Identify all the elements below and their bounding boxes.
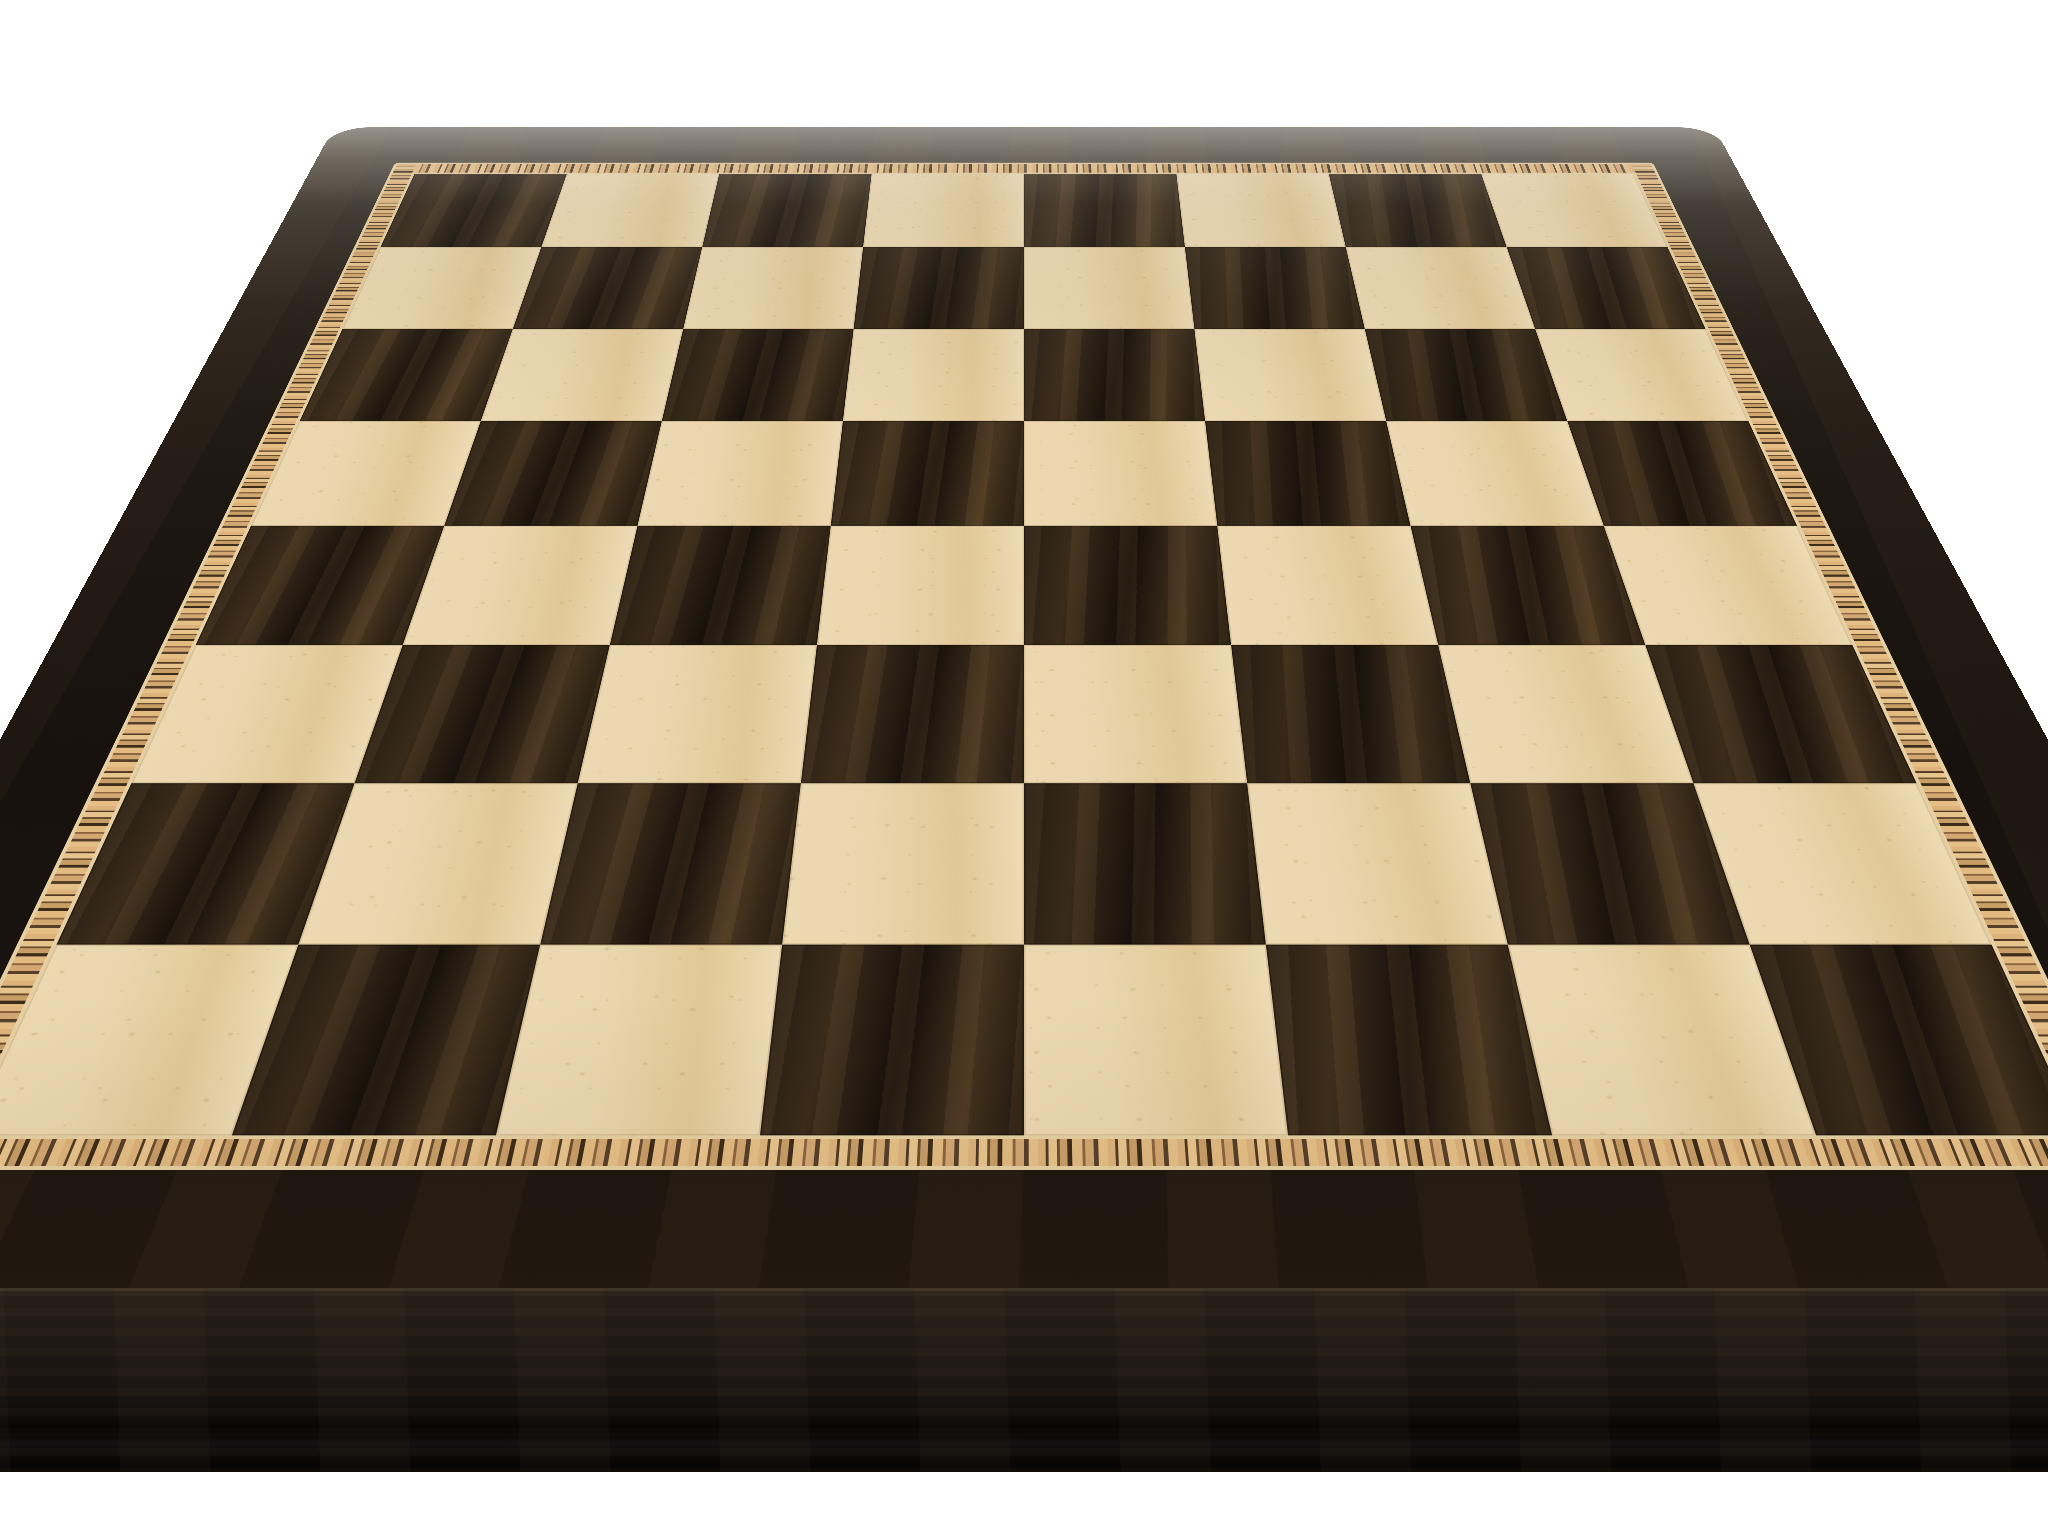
square-r4c5	[1024, 421, 1217, 526]
square-r3c4	[843, 329, 1024, 421]
square-r1c2	[541, 174, 719, 247]
square-r7c3	[540, 783, 801, 944]
square-r3c2	[481, 329, 684, 421]
square-r1c4	[863, 174, 1024, 247]
photo-background	[0, 0, 2048, 1535]
zebra-inlay-border-top	[393, 164, 1655, 173]
square-r6c4	[801, 645, 1024, 783]
square-r4c7	[1386, 421, 1604, 526]
square-r1c3	[702, 174, 871, 247]
square-r7c4	[782, 783, 1024, 944]
square-r1c7	[1329, 174, 1507, 247]
square-r5c4	[817, 526, 1024, 646]
square-r3c3	[662, 329, 854, 421]
square-r6c6	[1231, 645, 1470, 783]
zebra-inlay-border-bottom	[0, 1139, 2048, 1166]
square-r7c5	[1024, 783, 1266, 944]
square-r1c1	[380, 174, 566, 247]
square-r4c6	[1205, 421, 1410, 526]
square-r4c2	[444, 421, 662, 526]
square-r4c4	[831, 421, 1024, 526]
square-r2c5	[1024, 247, 1194, 329]
square-r2c4	[854, 247, 1024, 329]
square-r2c7	[1346, 247, 1535, 329]
square-r2c6	[1185, 247, 1365, 329]
square-r5c6	[1217, 526, 1438, 646]
square-r7c6	[1247, 783, 1508, 944]
square-r2c2	[513, 247, 702, 329]
square-r6c5	[1024, 645, 1247, 783]
square-r8c5	[1024, 945, 1288, 1136]
chess-board	[0, 127, 2048, 1290]
square-r1c6	[1176, 174, 1345, 247]
square-r1c5	[1024, 174, 1185, 247]
square-r3c6	[1194, 329, 1386, 421]
square-r5c2	[403, 526, 638, 646]
square-r3c5	[1024, 329, 1205, 421]
square-r5c3	[610, 526, 831, 646]
square-r5c5	[1024, 526, 1231, 646]
square-r2c3	[683, 247, 863, 329]
square-r3c7	[1365, 329, 1568, 421]
board-front-edge	[0, 1288, 2048, 1472]
square-r8c3	[496, 945, 782, 1136]
square-r8c4	[760, 945, 1024, 1136]
square-r4c3	[638, 421, 843, 526]
square-r6c3	[578, 645, 817, 783]
square-r8c6	[1266, 945, 1552, 1136]
